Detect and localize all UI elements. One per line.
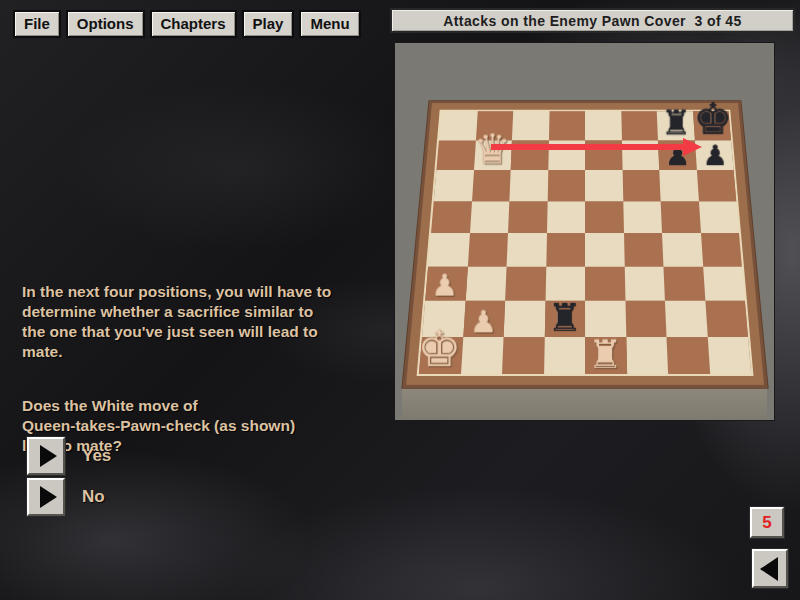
menu-button[interactable]: Menu [299, 10, 360, 38]
square-e2 [585, 301, 626, 337]
square-b5 [469, 201, 509, 233]
black-king-piece: ♚ [693, 96, 732, 140]
board-scene: ♜♚♛♟♟♟♟♜♚♜ [395, 43, 774, 420]
menu-bar: File Options Chapters Play Menu [13, 10, 361, 38]
square-d3 [545, 266, 585, 301]
square-a2 [422, 301, 465, 337]
chapters-button[interactable]: Chapters [150, 10, 237, 38]
black-rook-piece: ♜ [547, 299, 581, 337]
square-d1 [543, 337, 585, 374]
answer-row-no: No [27, 478, 105, 516]
square-g3 [663, 266, 704, 301]
question-paragraph-1: In the next four positions, you will hav… [22, 282, 394, 362]
square-a4 [428, 233, 469, 266]
square-g6 [659, 170, 698, 201]
square-c4 [506, 233, 546, 266]
square-b3 [465, 266, 506, 301]
square-h5 [698, 201, 739, 233]
square-a1: ♚ [418, 337, 462, 374]
square-f5 [622, 201, 661, 233]
square-h4 [700, 233, 741, 266]
left-triangle-icon [760, 557, 778, 581]
move-arrow-head-icon [683, 138, 702, 156]
square-a6 [433, 170, 473, 201]
square-c5 [508, 201, 547, 233]
square-g4 [662, 233, 703, 266]
square-g5 [660, 201, 700, 233]
square-b1 [460, 337, 503, 374]
square-d8 [548, 111, 585, 140]
square-g8: ♜ [656, 111, 694, 140]
square-f2 [624, 301, 665, 337]
square-b8 [475, 111, 513, 140]
square-h2 [704, 301, 747, 337]
square-f6 [622, 170, 660, 201]
square-b2: ♟ [462, 301, 504, 337]
square-a3: ♟ [425, 266, 467, 301]
yes-label: Yes [82, 446, 111, 466]
square-c3 [505, 266, 546, 301]
square-f1 [625, 337, 667, 374]
square-b6 [471, 170, 510, 201]
play-button[interactable]: Play [242, 10, 295, 38]
square-f3 [624, 266, 665, 301]
square-e6 [585, 170, 623, 201]
square-c2 [503, 301, 544, 337]
square-h1 [707, 337, 751, 374]
score-counter: 5 [750, 507, 784, 538]
square-e1: ♜ [585, 337, 627, 374]
square-a5 [431, 201, 472, 233]
answer-row-yes: Yes [27, 437, 111, 475]
black-pawn-piece: ♟ [702, 142, 727, 170]
right-triangle-icon [40, 445, 57, 467]
square-d2: ♜ [544, 301, 585, 337]
yes-button[interactable] [27, 437, 65, 475]
square-e4 [585, 233, 624, 266]
right-triangle-icon [40, 486, 57, 508]
no-label: No [82, 487, 105, 507]
square-e8 [585, 111, 622, 140]
square-g1 [666, 337, 709, 374]
square-h8: ♚ [692, 111, 730, 140]
square-e5 [585, 201, 624, 233]
white-pawn-piece: ♟ [469, 306, 497, 337]
square-b4 [467, 233, 508, 266]
white-pawn-piece: ♟ [431, 271, 458, 301]
white-rook-piece: ♜ [588, 335, 623, 374]
square-e3 [585, 266, 625, 301]
options-button[interactable]: Options [66, 10, 145, 38]
square-f8 [620, 111, 657, 140]
board-panel: ♜♚♛♟♟♟♟♜♚♜ [394, 42, 775, 421]
no-button[interactable] [27, 478, 65, 516]
square-d5 [546, 201, 585, 233]
lesson-title-bar: Attacks on the Enemy Pawn Cover 3 of 45 [390, 8, 795, 33]
black-rook-piece: ♜ [660, 106, 691, 140]
square-g2 [664, 301, 706, 337]
square-d6 [547, 170, 585, 201]
square-a8 [438, 111, 476, 140]
square-d4 [545, 233, 584, 266]
square-c6 [509, 170, 547, 201]
square-f4 [623, 233, 663, 266]
square-c8 [511, 111, 548, 140]
square-h6 [696, 170, 736, 201]
square-h3 [702, 266, 744, 301]
move-arrow [491, 144, 683, 150]
back-button[interactable] [752, 549, 788, 588]
file-button[interactable]: File [13, 10, 61, 38]
square-a7 [436, 140, 475, 170]
white-king-piece: ♚ [417, 324, 461, 374]
square-c1 [501, 337, 543, 374]
